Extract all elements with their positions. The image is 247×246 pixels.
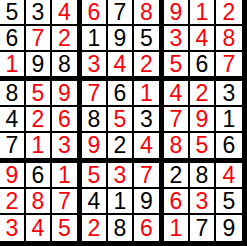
cell-r6c9: 6 [216, 133, 247, 163]
cell-r4c3: 9 [52, 81, 82, 107]
cell-r5c6: 3 [134, 107, 164, 133]
cell-r3c6: 2 [134, 52, 164, 81]
cell-r5c9: 1 [216, 107, 247, 133]
cell-r3c5: 4 [108, 52, 134, 81]
cell-r9c7: 1 [164, 215, 190, 246]
cell-r1c9: 2 [216, 0, 247, 26]
cell-r8c7: 6 [164, 189, 190, 215]
cell-r7c6: 7 [134, 163, 164, 189]
cell-r8c9: 5 [216, 189, 247, 215]
cell-r6c3: 3 [52, 133, 82, 163]
cell-r8c4: 4 [82, 189, 108, 215]
cell-r7c8: 8 [190, 163, 216, 189]
cell-r1c5: 7 [108, 0, 134, 26]
cell-r4c1: 8 [0, 81, 26, 107]
cell-r8c6: 9 [134, 189, 164, 215]
cell-r8c5: 1 [108, 189, 134, 215]
cell-r9c4: 2 [82, 215, 108, 246]
cell-r9c5: 8 [108, 215, 134, 246]
cell-r5c1: 4 [0, 107, 26, 133]
cell-r9c9: 9 [216, 215, 247, 246]
cell-r2c1: 6 [0, 26, 26, 52]
cell-r7c2: 6 [26, 163, 52, 189]
cell-r9c2: 4 [26, 215, 52, 246]
cell-r6c2: 1 [26, 133, 52, 163]
cell-r7c7: 2 [164, 163, 190, 189]
cell-r1c3: 4 [52, 0, 82, 26]
cell-r5c5: 5 [108, 107, 134, 133]
cell-r2c8: 4 [190, 26, 216, 52]
cell-r4c9: 3 [216, 81, 247, 107]
cell-r4c4: 7 [82, 81, 108, 107]
cell-r2c7: 3 [164, 26, 190, 52]
cell-r3c8: 6 [190, 52, 216, 81]
cell-r4c2: 5 [26, 81, 52, 107]
cell-r5c3: 6 [52, 107, 82, 133]
cell-r6c4: 9 [82, 133, 108, 163]
cell-r6c1: 7 [0, 133, 26, 163]
cell-r1c7: 9 [164, 0, 190, 26]
cell-r6c5: 2 [108, 133, 134, 163]
cell-r1c1: 5 [0, 0, 26, 26]
cell-r8c3: 7 [52, 189, 82, 215]
cell-r6c8: 5 [190, 133, 216, 163]
cell-r2c6: 5 [134, 26, 164, 52]
cell-r8c1: 2 [0, 189, 26, 215]
cell-r2c2: 7 [26, 26, 52, 52]
cell-r6c6: 4 [134, 133, 164, 163]
cell-r5c4: 8 [82, 107, 108, 133]
cell-r3c2: 9 [26, 52, 52, 81]
cell-r5c8: 9 [190, 107, 216, 133]
cell-r4c8: 2 [190, 81, 216, 107]
cell-r3c9: 7 [216, 52, 247, 81]
cell-r5c2: 2 [26, 107, 52, 133]
cell-r3c3: 8 [52, 52, 82, 81]
cell-r4c5: 6 [108, 81, 134, 107]
cell-r3c7: 5 [164, 52, 190, 81]
cell-r3c4: 3 [82, 52, 108, 81]
sudoku-board: 5346789126721953481983425678597614234268… [0, 0, 247, 246]
cell-r9c6: 6 [134, 215, 164, 246]
cell-r7c4: 5 [82, 163, 108, 189]
cell-r1c6: 8 [134, 0, 164, 26]
cell-r8c2: 8 [26, 189, 52, 215]
cell-r3c1: 1 [0, 52, 26, 81]
cell-r7c1: 9 [0, 163, 26, 189]
cell-r8c8: 3 [190, 189, 216, 215]
cell-r1c4: 6 [82, 0, 108, 26]
cell-r1c2: 3 [26, 0, 52, 26]
cell-r6c7: 8 [164, 133, 190, 163]
cell-r5c7: 7 [164, 107, 190, 133]
cell-r2c4: 1 [82, 26, 108, 52]
cell-r1c8: 1 [190, 0, 216, 26]
cell-r2c5: 9 [108, 26, 134, 52]
cell-r4c6: 1 [134, 81, 164, 107]
cell-r4c7: 4 [164, 81, 190, 107]
cell-r9c3: 5 [52, 215, 82, 246]
cell-r7c9: 4 [216, 163, 247, 189]
cell-r9c8: 7 [190, 215, 216, 246]
cell-r7c3: 1 [52, 163, 82, 189]
cell-r2c3: 2 [52, 26, 82, 52]
cell-r2c9: 8 [216, 26, 247, 52]
cell-r9c1: 3 [0, 215, 26, 246]
cell-r7c5: 3 [108, 163, 134, 189]
